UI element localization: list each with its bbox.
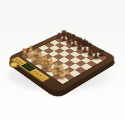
square-h5[interactable]: [81, 64, 92, 71]
piece-black-p-h7[interactable]: ♟: [90, 52, 102, 61]
square-h4[interactable]: [75, 67, 87, 74]
piece-white-r-h1[interactable]: ♜: [55, 71, 68, 81]
panel-button[interactable]: [21, 62, 24, 63]
square-h6[interactable]: [86, 60, 97, 66]
square-f5[interactable]: [70, 57, 81, 63]
panel-button[interactable]: [16, 59, 19, 60]
panel-button[interactable]: [34, 71, 37, 73]
panel-button[interactable]: [40, 75, 43, 77]
square-g5[interactable]: [75, 60, 86, 66]
chess-computer-photo: ♜♞♝♛♚♝♞♜♟♟♟♟♟♟♟♟♟♟♟♟♟♟♟♟♜♞♝♛♚♝♞♜: [0, 0, 125, 125]
panel-button[interactable]: [43, 77, 46, 79]
panel-button[interactable]: [37, 73, 40, 75]
